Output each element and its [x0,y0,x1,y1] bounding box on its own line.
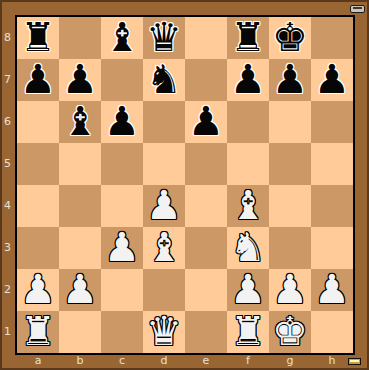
square-f3[interactable]: ♞ [227,227,269,269]
rank-label-1: 1 [0,311,15,353]
square-f2[interactable]: ♟ [227,269,269,311]
square-f4[interactable]: ♝ [227,185,269,227]
square-c8[interactable]: ♝ [101,17,143,59]
square-b5[interactable] [59,143,101,185]
square-b2[interactable]: ♟ [59,269,101,311]
square-e3[interactable] [185,227,227,269]
rank-label-7: 7 [0,59,15,101]
rank-label-8: 8 [0,17,15,59]
square-h6[interactable] [311,101,353,143]
square-c2[interactable] [101,269,143,311]
square-h8[interactable] [311,17,353,59]
white-king: ♚ [272,311,308,351]
square-e8[interactable] [185,17,227,59]
square-a3[interactable] [17,227,59,269]
white-pawn: ♟ [146,185,182,225]
white-pawn: ♟ [104,227,140,267]
square-f8[interactable]: ♜ [227,17,269,59]
white-pawn: ♟ [62,269,98,309]
chess-window: 87654321 ♜♝♛♜♚♟♟♞♟♟♟♝♟♟♟♝♟♝♞♟♟♟♟♟♜♛♜♚ ab… [0,0,369,370]
square-h2[interactable]: ♟ [311,269,353,311]
square-a7[interactable]: ♟ [17,59,59,101]
file-label-a: a [17,354,59,368]
black-queen: ♛ [146,17,182,57]
file-label-b: b [59,354,101,368]
black-bishop: ♝ [62,101,98,141]
square-d1[interactable]: ♛ [143,311,185,353]
square-c7[interactable] [101,59,143,101]
file-label-h: h [311,354,353,368]
square-f1[interactable]: ♜ [227,311,269,353]
board-outline: ♜♝♛♜♚♟♟♞♟♟♟♝♟♟♟♝♟♝♞♟♟♟♟♟♜♛♜♚ [15,15,355,355]
file-labels: abcdefgh [17,354,353,368]
square-h7[interactable]: ♟ [311,59,353,101]
black-pawn: ♟ [188,101,224,141]
square-d3[interactable]: ♝ [143,227,185,269]
square-g8[interactable]: ♚ [269,17,311,59]
square-a5[interactable] [17,143,59,185]
square-g6[interactable] [269,101,311,143]
square-a6[interactable] [17,101,59,143]
square-d8[interactable]: ♛ [143,17,185,59]
square-f5[interactable] [227,143,269,185]
square-c4[interactable] [101,185,143,227]
square-e6[interactable]: ♟ [185,101,227,143]
rank-label-3: 3 [0,227,15,269]
square-c3[interactable]: ♟ [101,227,143,269]
square-c1[interactable] [101,311,143,353]
square-f7[interactable]: ♟ [227,59,269,101]
square-d6[interactable] [143,101,185,143]
white-rook: ♜ [20,311,56,351]
square-d5[interactable] [143,143,185,185]
square-e7[interactable] [185,59,227,101]
chess-board: ♜♝♛♜♚♟♟♞♟♟♟♝♟♟♟♝♟♝♞♟♟♟♟♟♜♛♜♚ [17,17,353,353]
square-e5[interactable] [185,143,227,185]
minimize-bar-icon[interactable] [350,5,365,13]
file-label-g: g [269,354,311,368]
square-d7[interactable]: ♞ [143,59,185,101]
square-g7[interactable]: ♟ [269,59,311,101]
white-queen: ♛ [146,311,182,351]
black-pawn: ♟ [230,59,266,99]
square-g1[interactable]: ♚ [269,311,311,353]
square-h5[interactable] [311,143,353,185]
rank-label-5: 5 [0,143,15,185]
rank-label-2: 2 [0,269,15,311]
black-rook: ♜ [20,17,56,57]
square-a1[interactable]: ♜ [17,311,59,353]
square-c5[interactable] [101,143,143,185]
black-pawn: ♟ [104,101,140,141]
square-e1[interactable] [185,311,227,353]
white-bishop: ♝ [146,227,182,267]
white-pawn: ♟ [314,269,350,309]
square-g5[interactable] [269,143,311,185]
square-h1[interactable] [311,311,353,353]
square-b8[interactable] [59,17,101,59]
white-bishop: ♝ [230,185,266,225]
file-label-d: d [143,354,185,368]
square-g3[interactable] [269,227,311,269]
square-e2[interactable] [185,269,227,311]
square-a4[interactable] [17,185,59,227]
square-d4[interactable]: ♟ [143,185,185,227]
white-rook: ♜ [230,311,266,351]
square-g2[interactable]: ♟ [269,269,311,311]
white-pawn: ♟ [20,269,56,309]
black-pawn: ♟ [20,59,56,99]
white-pawn: ♟ [230,269,266,309]
rank-labels: 87654321 [0,17,15,353]
square-h3[interactable] [311,227,353,269]
square-b3[interactable] [59,227,101,269]
white-pawn: ♟ [272,269,308,309]
yellow-led-icon [348,358,361,365]
rank-label-4: 4 [0,185,15,227]
square-d2[interactable] [143,269,185,311]
square-f6[interactable] [227,101,269,143]
black-king: ♚ [272,17,308,57]
square-c6[interactable]: ♟ [101,101,143,143]
square-a2[interactable]: ♟ [17,269,59,311]
file-label-f: f [227,354,269,368]
file-label-c: c [101,354,143,368]
white-knight: ♞ [230,227,266,267]
square-h4[interactable] [311,185,353,227]
black-knight: ♞ [146,59,182,99]
square-b1[interactable] [59,311,101,353]
square-b6[interactable]: ♝ [59,101,101,143]
black-pawn: ♟ [62,59,98,99]
file-label-e: e [185,354,227,368]
rank-label-6: 6 [0,101,15,143]
square-b7[interactable]: ♟ [59,59,101,101]
square-a8[interactable]: ♜ [17,17,59,59]
black-pawn: ♟ [272,59,308,99]
black-rook: ♜ [230,17,266,57]
square-g4[interactable] [269,185,311,227]
square-e4[interactable] [185,185,227,227]
black-pawn: ♟ [314,59,350,99]
square-b4[interactable] [59,185,101,227]
black-bishop: ♝ [104,17,140,57]
